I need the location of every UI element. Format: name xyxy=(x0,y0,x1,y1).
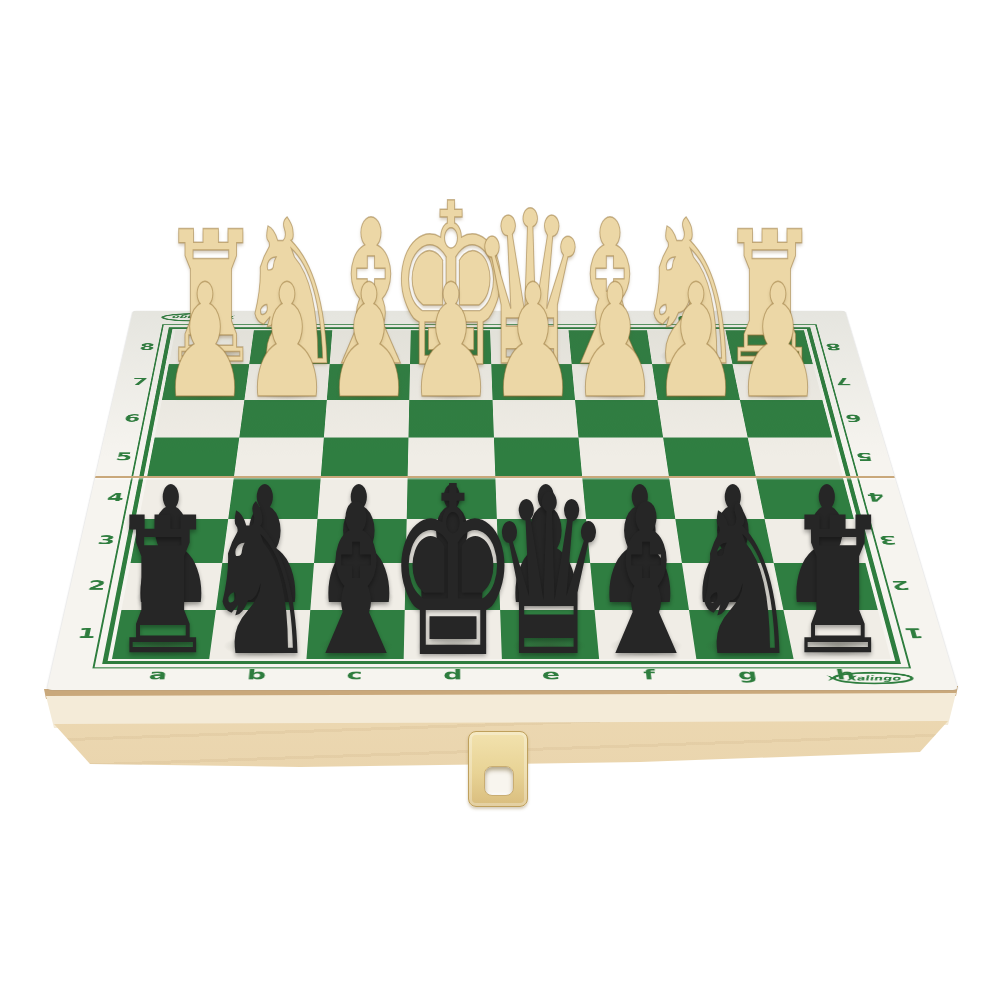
rank-label-right-1: 1 xyxy=(891,627,937,640)
pieces-layer: ♜♞♝♚♛♝♞♜♟♟♟♟♟♟♟♟♟♟♟♟♟♟♟♟♜♞♝♚♛♝♞♜ xyxy=(0,0,1000,1000)
piece-white-pawn-g7[interactable]: ♟ xyxy=(652,264,741,421)
rank-label-left-7: 7 xyxy=(121,377,159,387)
piece-white-pawn-b7[interactable]: ♟ xyxy=(243,264,332,421)
chess-set-photo: Xalingo Xalingo 8877665544332211aabbccdd… xyxy=(0,0,1000,1000)
piece-white-pawn-c7[interactable]: ♟ xyxy=(325,264,414,421)
piece-white-pawn-d7[interactable]: ♟ xyxy=(406,264,495,421)
piece-white-pawn-e7[interactable]: ♟ xyxy=(488,264,577,421)
piece-black-knight-g1[interactable]: ♞ xyxy=(683,477,801,685)
rank-label-right-6: 6 xyxy=(833,413,873,423)
rank-label-right-7: 7 xyxy=(824,377,863,387)
clasp-hole xyxy=(484,766,514,796)
box-clasp xyxy=(468,731,528,807)
rank-label-left-1: 1 xyxy=(64,627,109,640)
piece-white-pawn-a7[interactable]: ♟ xyxy=(161,264,250,421)
rank-label-left-6: 6 xyxy=(113,413,152,423)
piece-black-rook-h1[interactable]: ♜ xyxy=(785,493,892,682)
piece-white-pawn-f7[interactable]: ♟ xyxy=(570,264,659,421)
piece-white-pawn-h7[interactable]: ♟ xyxy=(734,264,823,421)
